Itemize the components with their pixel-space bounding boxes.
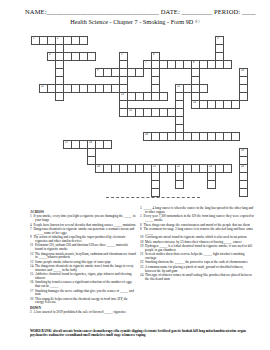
name-date-period-line: NAME:_________________________________ D… [25,8,270,16]
clue-number: 24 [241,165,244,168]
clue-number: 11 [41,85,44,88]
clue-number: 4 [49,53,51,56]
worksheet-header: NAME:_________________________________ D… [25,8,270,26]
clue-number: 20 [97,165,100,168]
clue-down-23: 23 A common name for placing a pinch of … [140,265,254,272]
clue-number: 17 [65,141,68,144]
clue-across-4: 4 People have known for several decades … [30,222,136,226]
clue-number: 15 [129,109,132,112]
grid-cell[interactable] [223,164,232,173]
clue-number: 3 [217,37,219,40]
across-heading: ACROSS [30,210,136,214]
grid-cell[interactable] [223,60,232,69]
grid-cell[interactable]: 4 [47,52,56,61]
clue-down-6: 6 These drugs can change the consciousne… [140,222,254,226]
grid-cell[interactable] [231,132,240,141]
clue-across-7: 7 Dangerous chemicals in cigarette smoke… [30,227,136,234]
clue-down-19: 19 Hydrogen _____ is a lethal chemical f… [140,244,254,251]
clue-across-13: 13 Some people smoke tobacco using this … [30,259,136,263]
down-heading: DOWN [30,305,136,309]
grid-cell[interactable] [159,92,168,101]
grid-cell[interactable] [47,84,56,93]
clue-number: 1 [33,37,35,40]
grid-cell[interactable] [111,68,120,77]
grid-cell[interactable] [135,68,144,77]
across-clue-list: 1 If you smoke, every time you light a c… [30,214,136,304]
clue-down-3: 3 _____ 4 lung cancer is when the cancer… [140,206,254,213]
clue-across-14: 14 The dangerous chemicals in cigarette … [30,264,136,271]
grid-cell[interactable] [143,92,152,101]
clue-number: 23 [209,165,212,168]
clue-number: 14 [193,101,196,104]
grid-cell[interactable] [151,188,160,197]
clues-right-column: 3 _____ 4 lung cancer is when the cancer… [140,206,254,281]
grid-cell[interactable] [55,92,64,101]
grid-cell[interactable] [207,60,216,69]
grid-cell[interactable] [199,84,208,93]
clue-number: 16 [145,133,148,136]
grid-cell[interactable] [167,108,176,117]
clue-down-10: 10 Carcinogenic metal found in cigarette… [140,235,254,239]
clue-across-9: 9 The action of inhaling and expelling t… [30,235,136,242]
clues-left-column: ACROSS 1 If you smoke, every time you li… [30,208,136,315]
footer-divider [106,197,200,198]
clue-down-8: 8 The treatment for stage 3 lung cancer … [140,227,254,234]
clue-across-17: 17 Smoking damages the nerve endings tha… [30,288,136,295]
clue-number: 5 [121,53,123,56]
grid-cell[interactable] [207,180,216,189]
clue-across-15: 15 Addictive chemical found in cigarette… [30,272,136,279]
grid-cell[interactable] [183,84,192,93]
page-title: Health Science - Chapter 7 - Smoking - F… [25,18,245,26]
grid-cell[interactable]: 7 [143,60,152,69]
grid-cell[interactable] [167,132,176,141]
clue-number: 2 [57,37,59,40]
down-clue-list-left: 2 A law enacted in 2019 prohibited the s… [30,310,136,314]
clue-number: 13 [121,93,124,96]
grid-cell[interactable] [103,140,112,149]
clue-number: 10 [241,69,244,72]
clue-across-20: 20 This organelle helps convert the chem… [30,297,136,304]
grid-cell[interactable] [111,84,120,93]
grid-cell[interactable] [175,180,184,189]
clue-number: 19 [241,149,244,152]
clue-number: 12 [177,85,180,88]
clue-down-21: 21 Several studies show that exercise he… [140,252,254,259]
grid-cell[interactable] [239,92,248,101]
clue-across-11: 11 Polonium-210, radium-226 and thorium-… [30,243,136,250]
word-bank: WORD BANK: alveoli arsenic brain cancer … [30,329,256,337]
clue-number: 21 [153,165,156,168]
clue-number: 6 [153,53,155,56]
clue-down-5: 5 Every year 7,300 nonsmokers in the US … [140,214,254,221]
clue-number: 8 [193,61,195,64]
clue-down-24: 24 This type of tobacco comes in small t… [140,273,254,280]
grid-cell[interactable] [239,188,248,197]
down-clue-list-right: 3 _____ 4 lung cancer is when the cancer… [140,206,254,280]
clue-number: 9 [97,69,99,72]
grid-cell[interactable] [231,100,240,109]
clue-down-22: 22 Smoking shortens the _____ , the prot… [140,260,254,264]
clue-down-18: 18 Male smokers increase by 23 times the… [140,239,254,243]
clue-number: 22 [177,165,180,168]
clue-across-16: 16 Smoking by females causes a significa… [30,280,136,287]
grid-cell[interactable] [87,52,96,61]
clue-across-1: 1 If you smoke, every time you light a c… [30,214,136,221]
clue-number: 7 [145,61,147,64]
clue-across-12: 12 The dangerous metals arsenic, berylli… [30,251,136,258]
clue-down-2: 2 A law enacted in 2019 prohibited the s… [30,310,136,314]
clue-number: 18 [89,141,92,144]
grid-cell[interactable] [79,36,88,45]
